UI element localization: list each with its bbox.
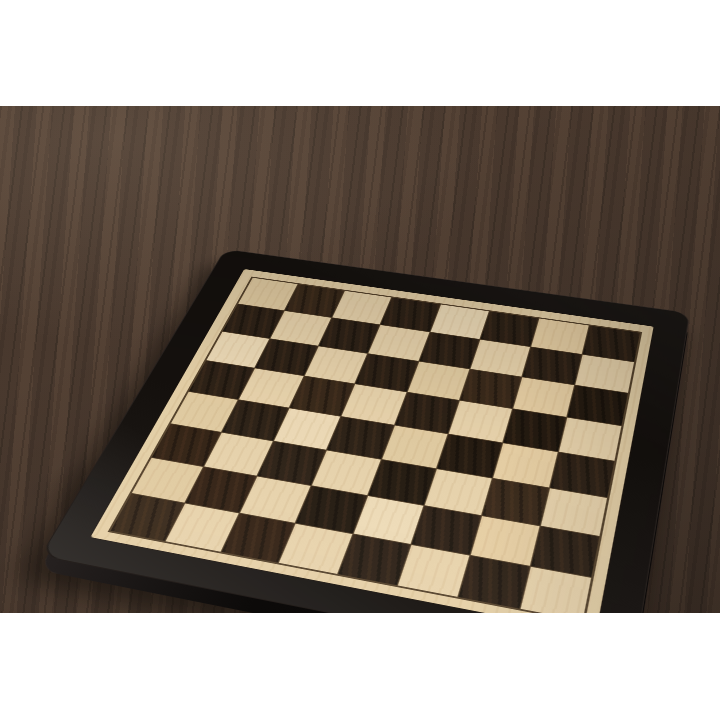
square-f1 — [397, 545, 469, 597]
screenshot — [0, 0, 720, 720]
bottom-white-margin — [0, 613, 720, 720]
square-g1 — [458, 556, 529, 609]
photo-area — [0, 106, 720, 613]
top-white-margin — [0, 0, 720, 106]
